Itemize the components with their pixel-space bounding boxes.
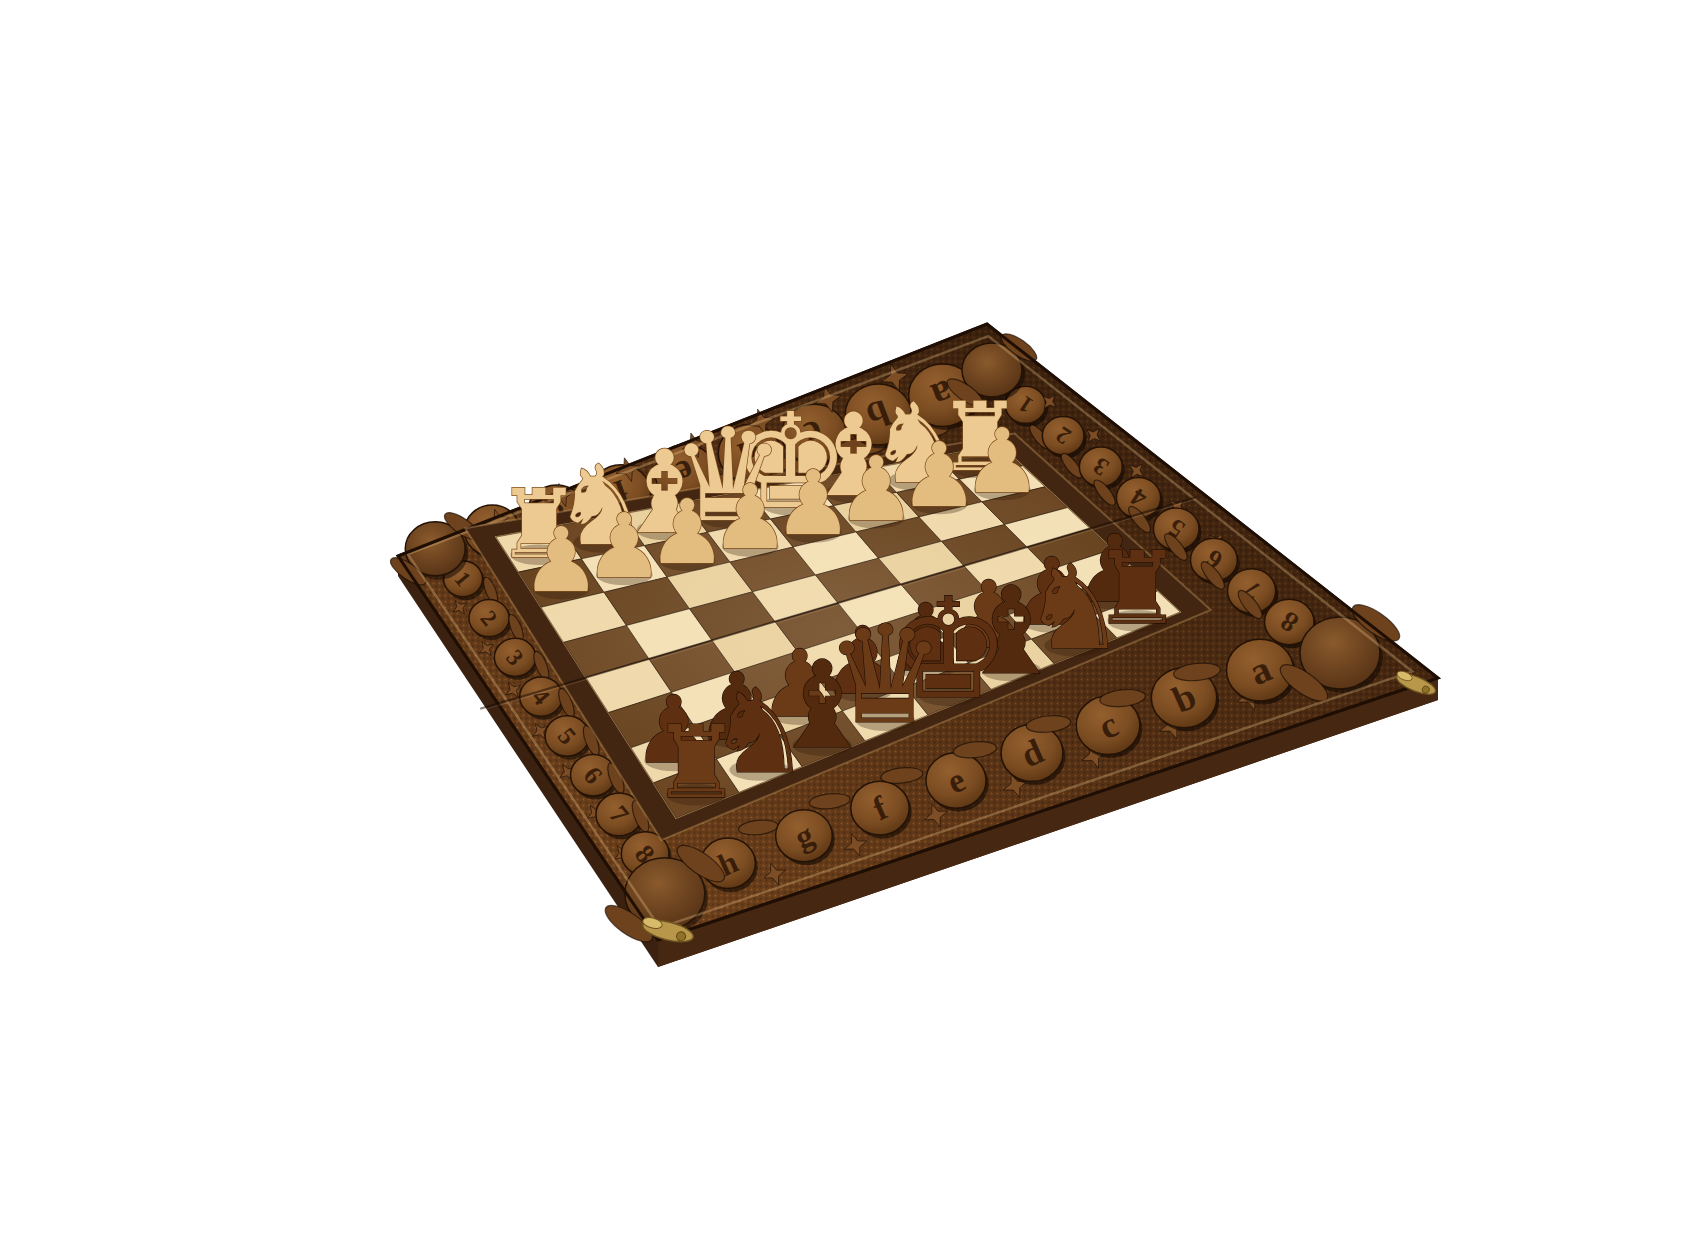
piece-black-rook-h8: ♜ — [651, 704, 741, 821]
product-photo: 1234567812345678hgfedcbahgfedcba♜♞♟♝♟♚♛♟… — [0, 0, 1701, 1248]
chess-board-photo: 1234567812345678hgfedcbahgfedcba♜♞♟♝♟♚♛♟… — [0, 0, 1701, 1248]
piece-white-pawn-h2: ♟ — [521, 508, 601, 612]
